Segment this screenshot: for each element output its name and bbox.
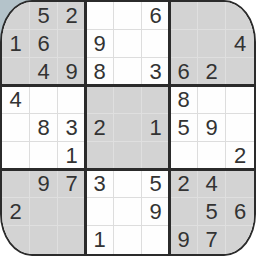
cell-r1c6[interactable]: 6 [142, 2, 170, 30]
cell-r6c4[interactable] [86, 142, 114, 170]
cell-r6c1[interactable] [2, 142, 30, 170]
cell-r6c3[interactable]: 1 [58, 142, 86, 170]
cell-r8c8[interactable]: 5 [198, 198, 226, 226]
cell-r9c6[interactable] [142, 226, 170, 254]
cell-r1c2[interactable]: 5 [30, 2, 58, 30]
cell-r2c8[interactable] [198, 30, 226, 58]
cell-r8c3[interactable] [58, 198, 86, 226]
cell-r4c2[interactable] [30, 86, 58, 114]
cell-r7c2[interactable]: 9 [30, 170, 58, 198]
cell-r4c1[interactable]: 4 [2, 86, 30, 114]
cell-r4c5[interactable] [114, 86, 142, 114]
cell-r3c8[interactable]: 2 [198, 58, 226, 86]
cell-r7c9[interactable] [226, 170, 254, 198]
cell-r9c7[interactable]: 9 [170, 226, 198, 254]
cell-r8c7[interactable] [170, 198, 198, 226]
cell-r9c1[interactable] [2, 226, 30, 254]
cell-r5c6[interactable]: 1 [142, 114, 170, 142]
cell-r3c3[interactable]: 9 [58, 58, 86, 86]
cell-r8c9[interactable]: 6 [226, 198, 254, 226]
block-divider-vertical-2 [168, 2, 171, 254]
cell-r7c3[interactable]: 7 [58, 170, 86, 198]
cell-r3c9[interactable] [226, 58, 254, 86]
cell-r7c4[interactable]: 3 [86, 170, 114, 198]
cell-r5c9[interactable] [226, 114, 254, 142]
cell-r3c5[interactable] [114, 58, 142, 86]
cell-r7c5[interactable] [114, 170, 142, 198]
cell-r7c1[interactable] [2, 170, 30, 198]
cell-r2c4[interactable]: 9 [86, 30, 114, 58]
cell-r1c9[interactable] [226, 2, 254, 30]
cell-r4c7[interactable]: 8 [170, 86, 198, 114]
cell-r3c1[interactable] [2, 58, 30, 86]
cell-r9c3[interactable] [58, 226, 86, 254]
cell-r6c2[interactable] [30, 142, 58, 170]
cell-r5c8[interactable]: 9 [198, 114, 226, 142]
cell-r9c4[interactable]: 1 [86, 226, 114, 254]
cell-r4c4[interactable] [86, 86, 114, 114]
cell-r1c7[interactable] [170, 2, 198, 30]
cell-r8c6[interactable]: 9 [142, 198, 170, 226]
cell-r2c5[interactable] [114, 30, 142, 58]
cell-r2c1[interactable]: 1 [2, 30, 30, 58]
cell-r1c5[interactable] [114, 2, 142, 30]
cell-r1c8[interactable] [198, 2, 226, 30]
cell-r2c6[interactable] [142, 30, 170, 58]
cell-r5c4[interactable]: 2 [86, 114, 114, 142]
cell-r5c1[interactable] [2, 114, 30, 142]
block-divider-horizontal-1 [2, 84, 254, 87]
cell-r7c7[interactable]: 2 [170, 170, 198, 198]
cell-r3c4[interactable]: 8 [86, 58, 114, 86]
cell-r5c2[interactable]: 8 [30, 114, 58, 142]
cell-r7c8[interactable]: 4 [198, 170, 226, 198]
cell-r5c7[interactable]: 5 [170, 114, 198, 142]
cell-r8c4[interactable] [86, 198, 114, 226]
cell-r2c3[interactable] [58, 30, 86, 58]
cell-r6c5[interactable] [114, 142, 142, 170]
cell-r1c4[interactable] [86, 2, 114, 30]
cell-r5c5[interactable] [114, 114, 142, 142]
cell-r8c1[interactable]: 2 [2, 198, 30, 226]
cell-r8c5[interactable] [114, 198, 142, 226]
sudoku-board: 526169449836248832159129735242956197 [0, 0, 256, 256]
cell-r9c5[interactable] [114, 226, 142, 254]
cell-r1c3[interactable]: 2 [58, 2, 86, 30]
cell-r9c8[interactable]: 7 [198, 226, 226, 254]
block-divider-vertical-1 [84, 2, 87, 254]
cell-r3c6[interactable]: 3 [142, 58, 170, 86]
cell-r6c9[interactable]: 2 [226, 142, 254, 170]
cell-r6c7[interactable] [170, 142, 198, 170]
cell-r4c3[interactable] [58, 86, 86, 114]
cell-r6c8[interactable] [198, 142, 226, 170]
cell-r3c7[interactable]: 6 [170, 58, 198, 86]
cell-r5c3[interactable]: 3 [58, 114, 86, 142]
block-divider-horizontal-2 [2, 168, 254, 171]
sudoku-grid: 526169449836248832159129735242956197 [2, 2, 254, 254]
cell-r9c9[interactable] [226, 226, 254, 254]
cell-r4c9[interactable] [226, 86, 254, 114]
cell-r8c2[interactable] [30, 198, 58, 226]
cell-r9c2[interactable] [30, 226, 58, 254]
cell-r4c8[interactable] [198, 86, 226, 114]
cell-r3c2[interactable]: 4 [30, 58, 58, 86]
cell-r2c7[interactable] [170, 30, 198, 58]
cell-r7c6[interactable]: 5 [142, 170, 170, 198]
sudoku-screen: 526169449836248832159129735242956197 [0, 0, 256, 256]
cell-r2c9[interactable]: 4 [226, 30, 254, 58]
cell-r6c6[interactable] [142, 142, 170, 170]
cell-r2c2[interactable]: 6 [30, 30, 58, 58]
cell-r4c6[interactable] [142, 86, 170, 114]
